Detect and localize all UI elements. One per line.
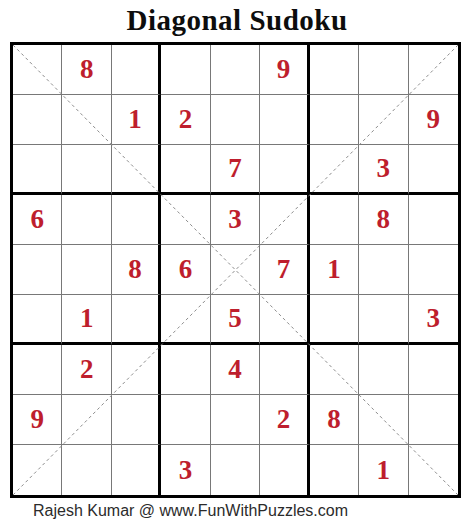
cell-r1c2[interactable]: 8: [62, 45, 111, 95]
puzzle-title: Diagonal Sudoku: [0, 0, 474, 41]
cell-r8c8[interactable]: [359, 395, 408, 445]
cell-r2c3[interactable]: 1: [112, 95, 161, 145]
given-digit: 1: [80, 305, 94, 332]
cell-r1c9[interactable]: [409, 45, 458, 95]
cell-r9c6[interactable]: [260, 445, 309, 495]
cell-r5c4[interactable]: 6: [161, 245, 210, 295]
given-digit: 9: [427, 106, 441, 133]
cell-r9c1[interactable]: [13, 445, 62, 495]
given-digit: 3: [179, 457, 193, 484]
cell-r8c2[interactable]: [62, 395, 111, 445]
cell-r7c9[interactable]: [409, 345, 458, 395]
given-digit: 2: [80, 356, 94, 383]
cell-r1c8[interactable]: [359, 45, 408, 95]
cell-r6c7[interactable]: [310, 295, 359, 345]
cell-r7c1[interactable]: [13, 345, 62, 395]
cell-r6c8[interactable]: [359, 295, 408, 345]
cell-r3c1[interactable]: [13, 145, 62, 195]
cell-r5c9[interactable]: [409, 245, 458, 295]
cell-r5c2[interactable]: [62, 245, 111, 295]
cell-r7c4[interactable]: [161, 345, 210, 395]
cell-r2c7[interactable]: [310, 95, 359, 145]
given-digit: 2: [277, 406, 291, 433]
cell-r7c3[interactable]: [112, 345, 161, 395]
cell-r9c8[interactable]: 1: [359, 445, 408, 495]
cell-r7c5[interactable]: 4: [211, 345, 260, 395]
cell-r5c8[interactable]: [359, 245, 408, 295]
cell-r3c5[interactable]: 7: [211, 145, 260, 195]
cell-r9c7[interactable]: [310, 445, 359, 495]
cell-r8c9[interactable]: [409, 395, 458, 445]
cell-r1c7[interactable]: [310, 45, 359, 95]
given-digit: 7: [228, 155, 242, 182]
given-digit: 6: [179, 256, 193, 283]
cell-r4c3[interactable]: [112, 195, 161, 245]
given-digit: 1: [327, 256, 341, 283]
given-digit: 9: [277, 56, 291, 83]
given-digit: 8: [377, 206, 391, 233]
given-digit: 3: [228, 206, 242, 233]
cell-r4c5[interactable]: 3: [211, 195, 260, 245]
cell-r3c3[interactable]: [112, 145, 161, 195]
cell-r3c6[interactable]: [260, 145, 309, 195]
cell-r9c2[interactable]: [62, 445, 111, 495]
cell-r7c8[interactable]: [359, 345, 408, 395]
cell-r7c2[interactable]: 2: [62, 345, 111, 395]
cell-r3c7[interactable]: [310, 145, 359, 195]
cell-r5c3[interactable]: 8: [112, 245, 161, 295]
cell-r7c6[interactable]: [260, 345, 309, 395]
cell-r6c2[interactable]: 1: [62, 295, 111, 345]
given-digit: 4: [228, 356, 242, 383]
cell-r5c6[interactable]: 7: [260, 245, 309, 295]
given-digit: 6: [30, 206, 44, 233]
given-digit: 7: [277, 256, 291, 283]
given-digit: 1: [377, 457, 391, 484]
cell-r3c9[interactable]: [409, 145, 458, 195]
cell-r1c5[interactable]: [211, 45, 260, 95]
cell-r3c2[interactable]: [62, 145, 111, 195]
cell-r6c3[interactable]: [112, 295, 161, 345]
cell-r4c9[interactable]: [409, 195, 458, 245]
given-digit: 3: [427, 305, 441, 332]
cell-r4c4[interactable]: [161, 195, 210, 245]
cell-r8c6[interactable]: 2: [260, 395, 309, 445]
cell-r1c1[interactable]: [13, 45, 62, 95]
cell-r8c5[interactable]: [211, 395, 260, 445]
cell-r8c7[interactable]: 8: [310, 395, 359, 445]
given-digit: 1: [128, 106, 142, 133]
cell-r4c2[interactable]: [62, 195, 111, 245]
cell-r8c4[interactable]: [161, 395, 210, 445]
credit-line: Rajesh Kumar @ www.FunWithPuzzles.com: [33, 502, 348, 520]
cell-r7c7[interactable]: [310, 345, 359, 395]
cell-r4c8[interactable]: 8: [359, 195, 408, 245]
cell-r2c9[interactable]: 9: [409, 95, 458, 145]
cell-r2c1[interactable]: [13, 95, 62, 145]
cell-r2c2[interactable]: [62, 95, 111, 145]
cell-r6c4[interactable]: [161, 295, 210, 345]
cell-r4c1[interactable]: 6: [13, 195, 62, 245]
cell-r6c1[interactable]: [13, 295, 62, 345]
cell-r1c3[interactable]: [112, 45, 161, 95]
cell-r3c8[interactable]: 3: [359, 145, 408, 195]
cell-r9c5[interactable]: [211, 445, 260, 495]
cell-r9c9[interactable]: [409, 445, 458, 495]
cell-r2c4[interactable]: 2: [161, 95, 210, 145]
cell-r2c6[interactable]: [260, 95, 309, 145]
given-digit: 3: [377, 155, 391, 182]
given-digit: 8: [327, 406, 341, 433]
given-digit: 8: [128, 256, 142, 283]
cell-r5c5[interactable]: [211, 245, 260, 295]
cell-r5c7[interactable]: 1: [310, 245, 359, 295]
cell-r6c6[interactable]: [260, 295, 309, 345]
cell-r5c1[interactable]: [13, 245, 62, 295]
cell-r2c5[interactable]: [211, 95, 260, 145]
cell-r9c3[interactable]: [112, 445, 161, 495]
given-digit: 8: [80, 56, 94, 83]
given-digit: 9: [30, 406, 44, 433]
given-digit: 5: [228, 305, 242, 332]
cell-r8c3[interactable]: [112, 395, 161, 445]
cell-r8c1[interactable]: 9: [13, 395, 62, 445]
cell-r6c5[interactable]: 5: [211, 295, 260, 345]
given-digit: 2: [179, 106, 193, 133]
cell-r1c4[interactable]: [161, 45, 210, 95]
cell-r9c4[interactable]: 3: [161, 445, 210, 495]
cell-r1c6[interactable]: 9: [260, 45, 309, 95]
cell-r2c8[interactable]: [359, 95, 408, 145]
cell-r3c4[interactable]: [161, 145, 210, 195]
sudoku-grid: 891297363886711532492831: [10, 42, 461, 498]
cell-r6c9[interactable]: 3: [409, 295, 458, 345]
cell-r4c6[interactable]: [260, 195, 309, 245]
cell-r4c7[interactable]: [310, 195, 359, 245]
